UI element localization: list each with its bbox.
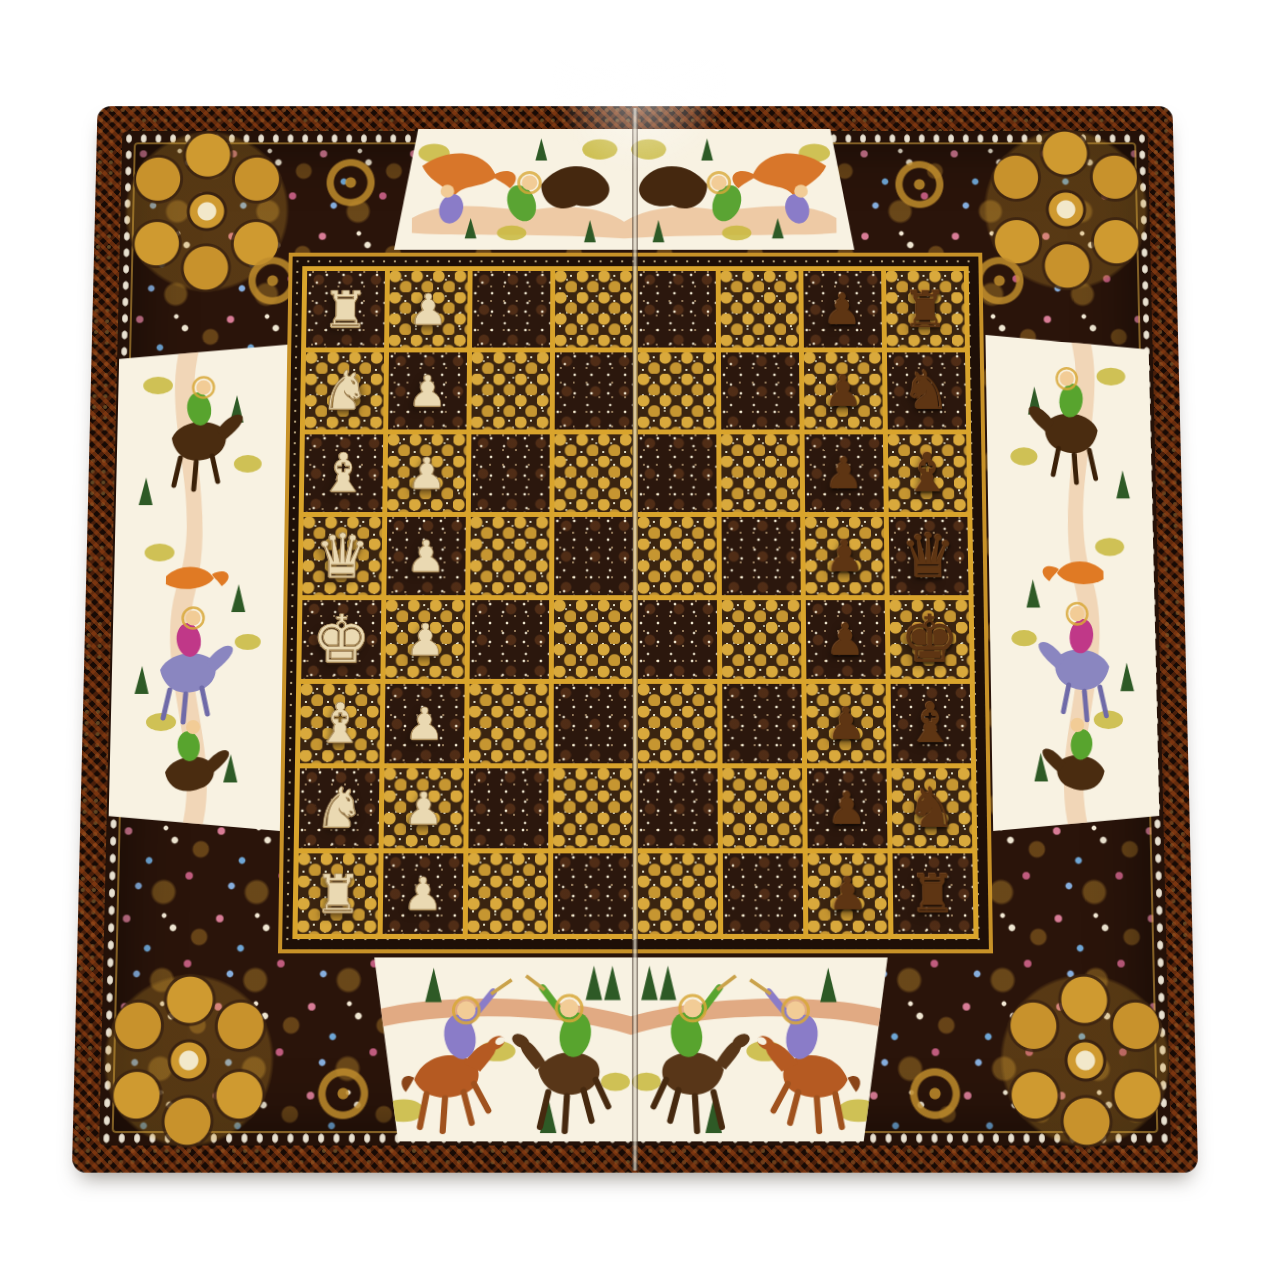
white-knight[interactable]: ♞ <box>305 352 384 429</box>
square-c1[interactable]: ♝ <box>304 434 383 512</box>
black-pawn[interactable]: ♟ <box>805 434 884 512</box>
bottom-miniature-panel <box>372 957 889 1141</box>
square-f3[interactable] <box>469 684 549 763</box>
right-miniature-panel <box>985 335 1159 831</box>
black-pawn[interactable]: ♟ <box>804 352 883 429</box>
square-f5[interactable] <box>638 684 717 763</box>
square-a7[interactable]: ♟ <box>803 271 882 348</box>
white-rook[interactable]: ♜ <box>298 853 379 934</box>
square-e4[interactable] <box>554 600 633 679</box>
square-g8[interactable]: ♞ <box>892 768 973 848</box>
black-bishop[interactable]: ♝ <box>888 434 967 512</box>
square-c6[interactable] <box>721 434 800 512</box>
square-g1[interactable]: ♞ <box>299 768 380 848</box>
square-g5[interactable] <box>638 768 718 848</box>
square-a3[interactable] <box>472 271 550 348</box>
square-f8[interactable]: ♝ <box>891 684 971 763</box>
white-pawn[interactable]: ♟ <box>385 600 465 679</box>
square-e7[interactable]: ♟ <box>806 600 886 679</box>
square-f2[interactable]: ♟ <box>385 684 465 763</box>
black-knight[interactable]: ♞ <box>887 352 966 429</box>
square-h1[interactable]: ♜ <box>298 853 379 934</box>
black-pawn[interactable]: ♟ <box>808 853 889 934</box>
white-pawn[interactable]: ♟ <box>388 352 467 429</box>
black-queen[interactable]: ♛ <box>889 517 969 595</box>
square-h7[interactable]: ♟ <box>808 853 889 934</box>
white-rook[interactable]: ♜ <box>306 271 385 348</box>
square-g2[interactable]: ♟ <box>384 768 464 848</box>
square-b2[interactable]: ♟ <box>388 352 467 429</box>
square-e6[interactable] <box>722 600 801 679</box>
square-d7[interactable]: ♟ <box>805 517 884 595</box>
square-h4[interactable] <box>553 853 633 934</box>
left-miniature-panel <box>108 345 287 831</box>
square-d1[interactable]: ♛ <box>302 517 382 595</box>
square-f7[interactable]: ♟ <box>806 684 886 763</box>
square-d6[interactable] <box>722 517 801 595</box>
black-pawn[interactable]: ♟ <box>806 600 886 679</box>
white-queen[interactable]: ♛ <box>302 517 382 595</box>
white-bishop[interactable]: ♝ <box>304 434 383 512</box>
black-rook[interactable]: ♜ <box>886 271 965 348</box>
square-e2[interactable]: ♟ <box>385 600 465 679</box>
square-h5[interactable] <box>638 853 718 934</box>
square-d4[interactable] <box>554 517 633 595</box>
square-g7[interactable]: ♟ <box>807 768 887 848</box>
top-miniature-panel <box>394 129 854 250</box>
white-pawn[interactable]: ♟ <box>385 684 465 763</box>
square-c4[interactable] <box>554 434 633 512</box>
square-e3[interactable] <box>470 600 549 679</box>
white-pawn[interactable]: ♟ <box>386 517 465 595</box>
white-pawn[interactable]: ♟ <box>383 853 464 934</box>
square-g3[interactable] <box>468 768 548 848</box>
square-b7[interactable]: ♟ <box>804 352 883 429</box>
square-b5[interactable] <box>638 352 716 429</box>
white-bishop[interactable]: ♝ <box>300 684 380 763</box>
square-g4[interactable] <box>553 768 633 848</box>
square-e5[interactable] <box>638 600 717 679</box>
fold-seam <box>632 108 638 1171</box>
photo-stage: ♜♟♟♜♞♟♟♞♝♟♟♝♛♟♟♛♚♟♟♚♝♟♟♝♞♟♟♞♜♟♟♜ <box>0 0 1280 1280</box>
square-g6[interactable] <box>723 768 803 848</box>
square-b3[interactable] <box>471 352 550 429</box>
gold-swirl-ornament <box>902 1060 968 1126</box>
white-pawn[interactable]: ♟ <box>384 768 464 848</box>
square-h2[interactable]: ♟ <box>383 853 464 934</box>
square-c3[interactable] <box>471 434 550 512</box>
chess-board: ♜♟♟♜♞♟♟♞♝♟♟♝♛♟♟♛♚♟♟♚♝♟♟♝♞♟♟♞♜♟♟♜ <box>72 106 1198 1173</box>
square-c2[interactable]: ♟ <box>387 434 466 512</box>
black-knight[interactable]: ♞ <box>892 768 973 848</box>
black-king[interactable]: ♚ <box>890 600 970 679</box>
white-king[interactable]: ♚ <box>301 600 381 679</box>
white-pawn[interactable]: ♟ <box>389 271 468 348</box>
square-b8[interactable]: ♞ <box>887 352 966 429</box>
square-b1[interactable]: ♞ <box>305 352 384 429</box>
black-pawn[interactable]: ♟ <box>806 684 886 763</box>
square-a2[interactable]: ♟ <box>389 271 468 348</box>
square-b6[interactable] <box>721 352 800 429</box>
black-pawn[interactable]: ♟ <box>803 271 882 348</box>
black-pawn[interactable]: ♟ <box>807 768 887 848</box>
square-e8[interactable]: ♚ <box>890 600 970 679</box>
square-c5[interactable] <box>638 434 717 512</box>
square-f4[interactable] <box>554 684 633 763</box>
square-a1[interactable]: ♜ <box>306 271 385 348</box>
square-c7[interactable]: ♟ <box>805 434 884 512</box>
white-pawn[interactable]: ♟ <box>387 434 466 512</box>
square-d2[interactable]: ♟ <box>386 517 465 595</box>
square-h8[interactable]: ♜ <box>893 853 974 934</box>
square-f1[interactable]: ♝ <box>300 684 380 763</box>
square-e1[interactable]: ♚ <box>301 600 381 679</box>
black-pawn[interactable]: ♟ <box>805 517 884 595</box>
white-knight[interactable]: ♞ <box>299 768 380 848</box>
square-h3[interactable] <box>468 853 548 934</box>
square-a5[interactable] <box>638 271 716 348</box>
square-f6[interactable] <box>722 684 802 763</box>
square-a6[interactable] <box>721 271 799 348</box>
square-d3[interactable] <box>470 517 549 595</box>
black-rook[interactable]: ♜ <box>893 853 974 934</box>
square-a8[interactable]: ♜ <box>886 271 965 348</box>
square-a4[interactable] <box>555 271 633 348</box>
square-c8[interactable]: ♝ <box>888 434 967 512</box>
black-bishop[interactable]: ♝ <box>891 684 971 763</box>
square-d5[interactable] <box>638 517 717 595</box>
square-b4[interactable] <box>555 352 633 429</box>
gold-swirl-ornament <box>888 154 952 215</box>
square-d8[interactable]: ♛ <box>889 517 969 595</box>
square-h6[interactable] <box>723 853 803 934</box>
